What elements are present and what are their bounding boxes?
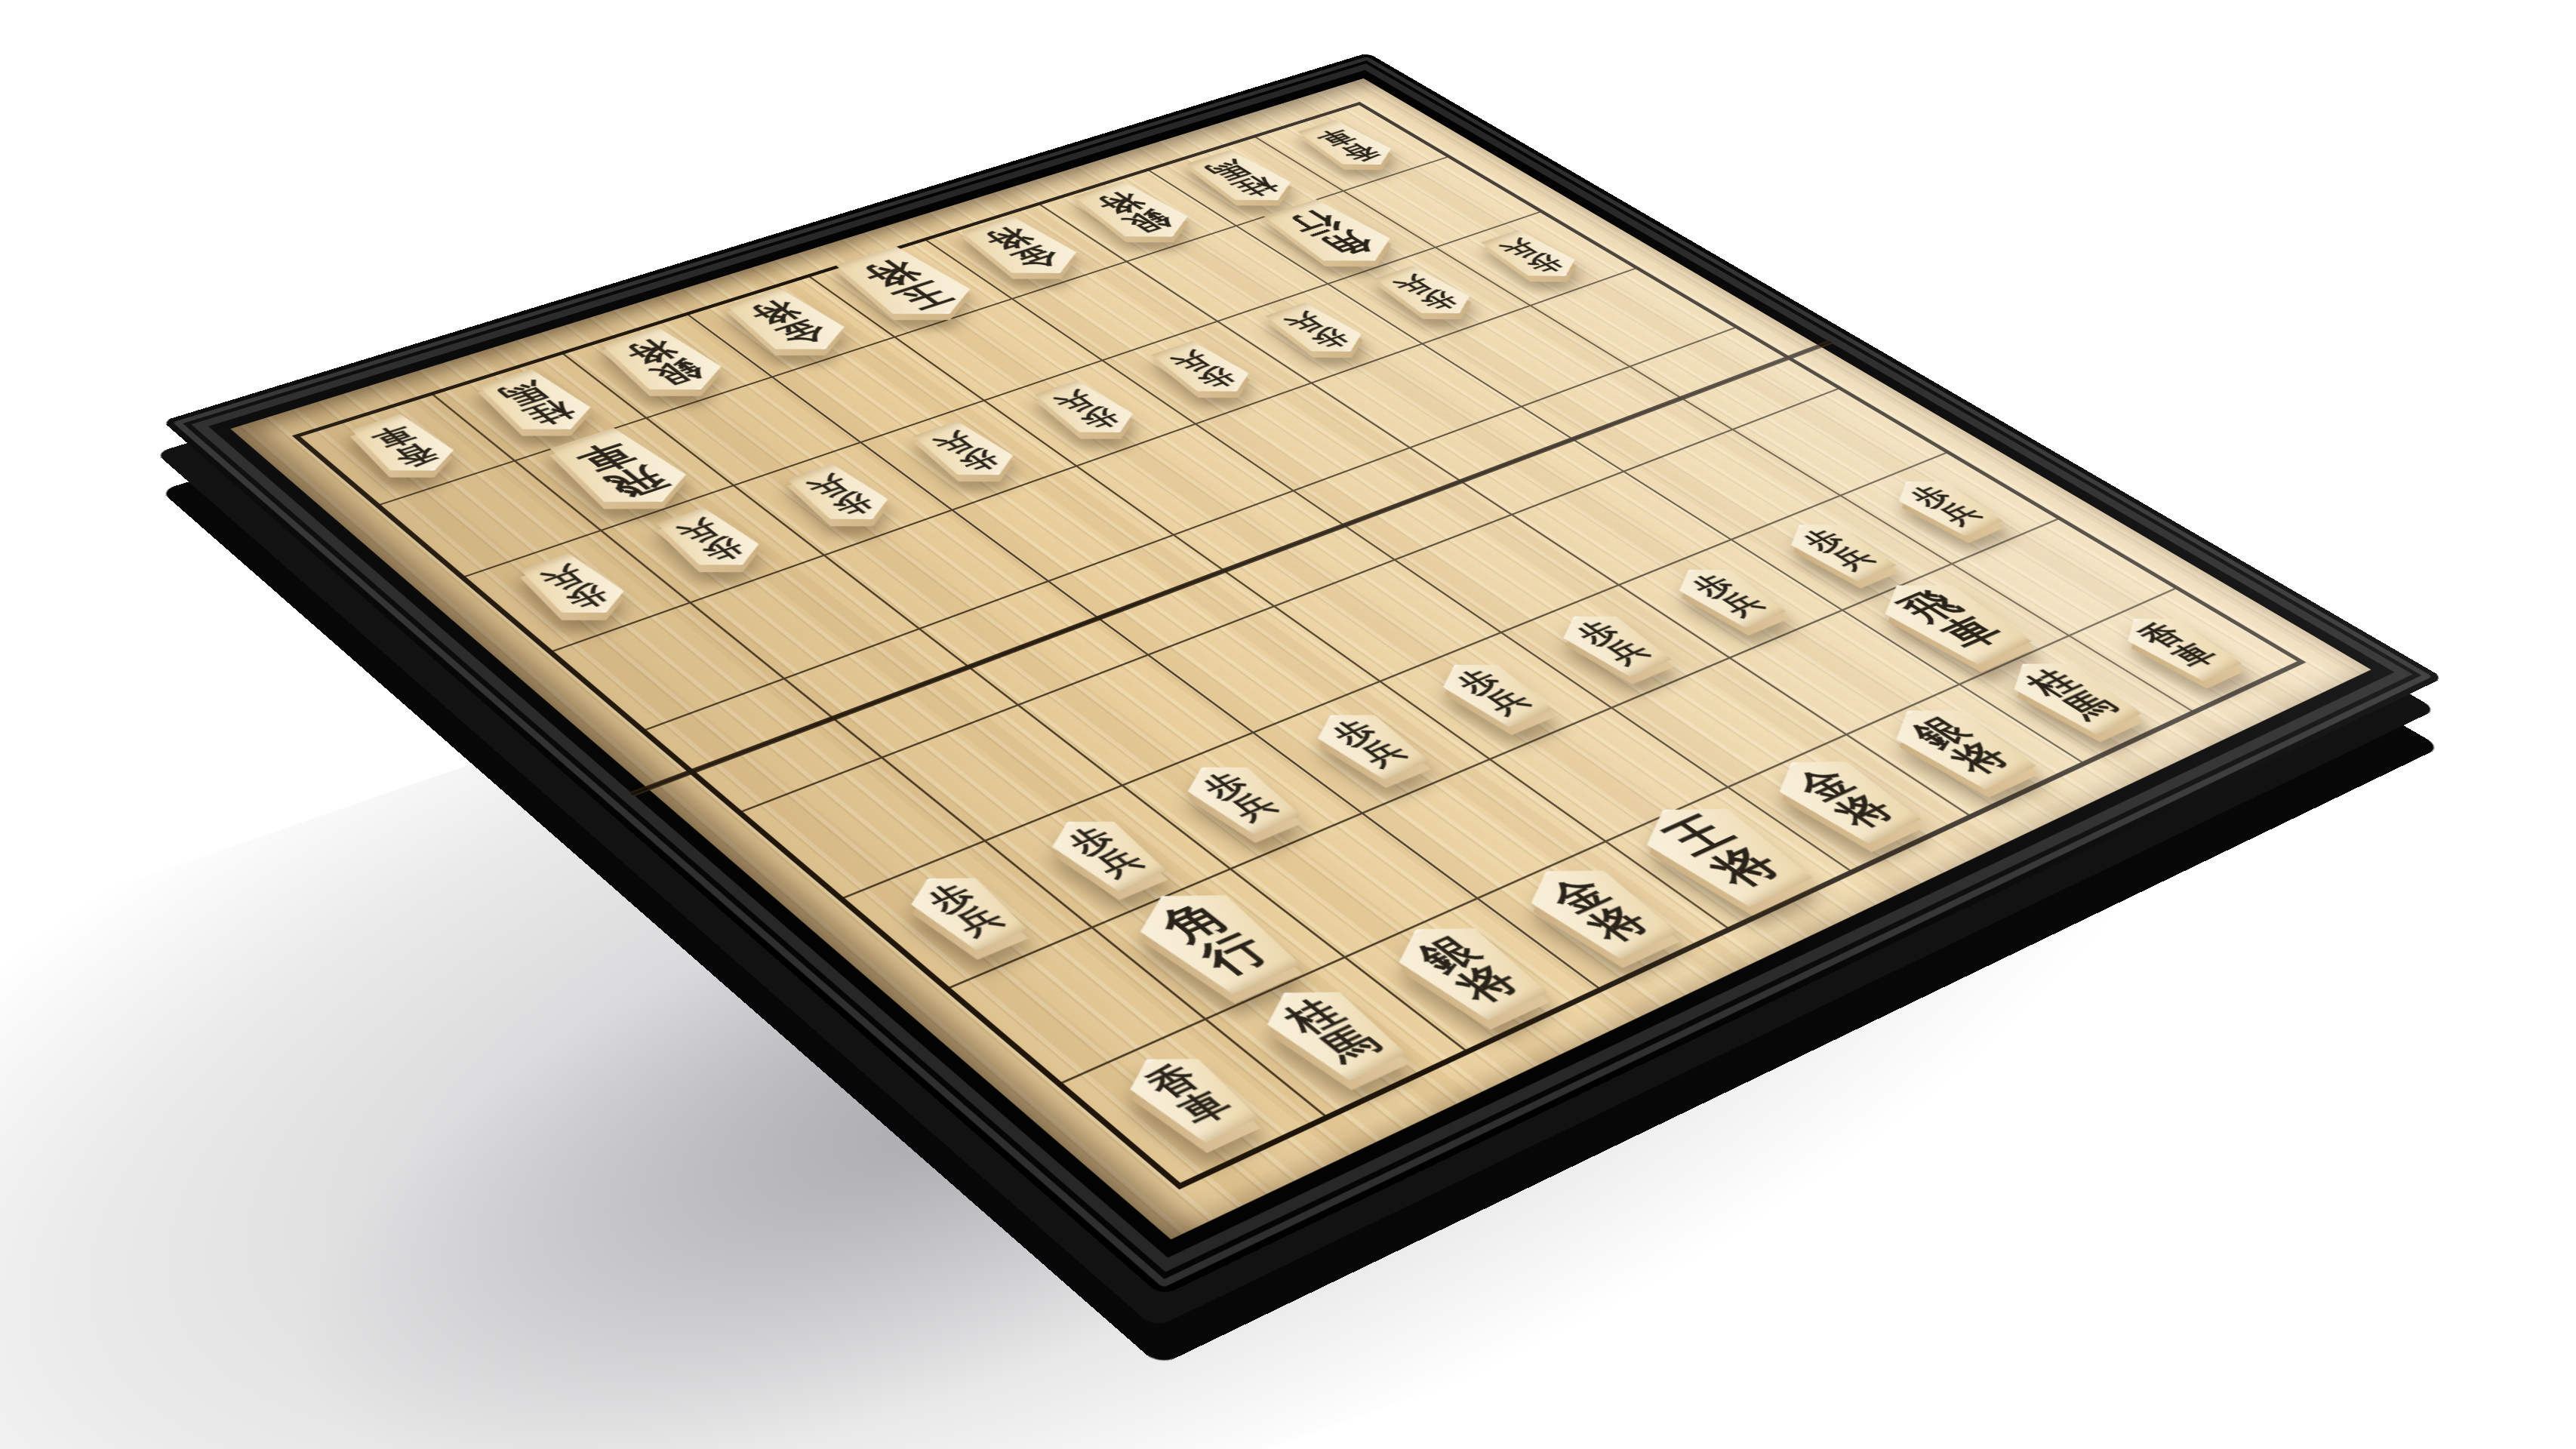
piece-gote-pawn[interactable]: 歩兵	[1137, 336, 1272, 404]
piece-sente-pawn[interactable]: 歩兵	[1538, 602, 1687, 683]
piece-sente-pawn[interactable]: 歩兵	[1162, 752, 1318, 842]
photo-stage: 香車桂馬銀将金将玉将金将銀将桂馬香車飛車角行歩兵歩兵歩兵歩兵歩兵歩兵歩兵歩兵歩兵…	[0, 0, 2576, 1449]
piece-gote-pawn[interactable]: 歩兵	[771, 458, 912, 533]
piece-sente-pawn[interactable]: 歩兵	[885, 861, 1046, 958]
piece-gote-pawn[interactable]: 歩兵	[1019, 375, 1156, 445]
piece-gote-pawn[interactable]: 歩兵	[639, 502, 783, 580]
piece-sente-rook[interactable]: 飛車	[1851, 566, 2051, 673]
piece-sente-pawn[interactable]: 歩兵	[1417, 650, 1568, 734]
piece-gote-pawn[interactable]: 歩兵	[897, 416, 1036, 488]
piece-sente-pawn[interactable]: 歩兵	[1654, 556, 1801, 635]
piece-sente-knight[interactable]: 桂馬	[1984, 647, 2157, 742]
piece-gote-silver[interactable]: 銀将	[581, 321, 749, 405]
piece-sente-pawn[interactable]: 歩兵	[1026, 805, 1184, 899]
piece-sente-pawn[interactable]: 歩兵	[1292, 700, 1445, 786]
piece-gote-lance[interactable]: 香車	[333, 408, 478, 485]
piece-gote-pawn[interactable]: 歩兵	[1251, 298, 1384, 364]
piece-sente-silver[interactable]: 銀将	[1365, 906, 1569, 1030]
piece-sente-pawn[interactable]: 歩兵	[1766, 512, 1910, 587]
piece-gote-silver[interactable]: 銀将	[1056, 176, 1214, 251]
piece-gote-pawn[interactable]: 歩兵	[1467, 226, 1597, 288]
piece-face: 飛車	[1851, 566, 2051, 673]
piece-sente-lance[interactable]: 香車	[1100, 1039, 1278, 1152]
piece-gote-pawn[interactable]: 歩兵	[1361, 261, 1492, 325]
piece-gote-pawn[interactable]: 歩兵	[503, 547, 648, 627]
piece-sente-lance[interactable]: 香車	[2101, 604, 2255, 688]
